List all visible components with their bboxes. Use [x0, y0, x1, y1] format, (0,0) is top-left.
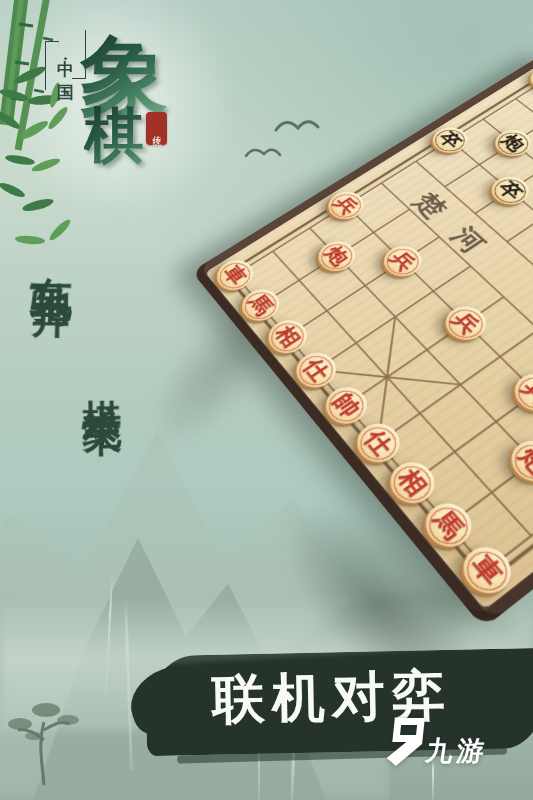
- piece-character: 馬: [429, 507, 468, 544]
- piece-character: 兵: [331, 194, 361, 217]
- piece-character: 卒: [435, 129, 465, 151]
- nine-icon: [379, 716, 429, 774]
- game-title: 象 棋: [80, 34, 168, 166]
- publisher-name: 九游: [423, 733, 490, 769]
- piece-character: 車: [220, 262, 250, 287]
- piece-character: 兵: [449, 309, 483, 337]
- piece-character: 相: [394, 465, 431, 500]
- piece-character: 車: [467, 551, 507, 590]
- slogan-column-2: 棋术绝天下: [74, 368, 129, 399]
- piece-character: 帥: [329, 390, 364, 421]
- piece-character: 仕: [299, 355, 332, 384]
- piece-character: 炮: [515, 444, 533, 478]
- splash-screen: 楚 河 漢 界 車馬象卒炮士將卒士兵象卒馬炮兵車車卒炮馬兵相卒仕兵帥仕炮兵相馬車: [0, 0, 533, 800]
- 9game-logo[interactable]: 九游: [382, 716, 426, 778]
- piece-character: 炮: [498, 132, 529, 154]
- piece-character: 炮: [321, 244, 352, 269]
- slogan-column-1: 车驰马奔: [24, 242, 80, 271]
- piece-character: 兵: [387, 248, 419, 274]
- piece-character: 卒: [494, 179, 526, 203]
- logo-frame-text: 中·国: [54, 46, 77, 74]
- tree-icon: [6, 680, 86, 790]
- piece-character: 相: [271, 323, 303, 351]
- piece-character: 仕: [360, 427, 396, 460]
- piece-character: 馬: [245, 292, 276, 319]
- piece-character: 兵: [518, 377, 533, 408]
- tradition-seal: 传统: [146, 112, 167, 145]
